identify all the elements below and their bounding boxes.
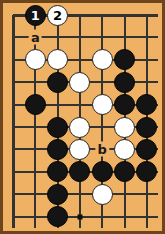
white-stone-r7c6	[114, 139, 135, 160]
black-stone-r5c2	[25, 94, 46, 115]
white-stone-r1c3-move-2: 2	[47, 5, 68, 26]
black-stone-r9c3	[47, 184, 68, 205]
black-stone-r4c6	[114, 72, 135, 93]
white-stone-r9c5	[92, 184, 113, 205]
point-label-a: a	[29, 30, 42, 45]
white-stone-r6c4	[69, 117, 90, 138]
black-stone-r5c7	[136, 94, 157, 115]
black-stone-r8c7	[136, 161, 157, 182]
star-point-mark	[77, 214, 82, 219]
black-stone-r6c7	[136, 117, 157, 138]
white-stone-r4c4	[69, 72, 90, 93]
go-board-diagram: 12 ab	[0, 0, 165, 234]
white-stone-r3c3	[47, 49, 68, 70]
grid-vline-1	[12, 15, 15, 228]
white-stone-r6c6	[114, 117, 135, 138]
black-stone-r3c6	[114, 49, 135, 70]
point-label-b: b	[96, 142, 109, 157]
black-stone-r1c2-move-1: 1	[25, 5, 46, 26]
white-stone-r3c2	[25, 49, 46, 70]
black-stone-r5c6	[114, 94, 135, 115]
grid-vline-2	[34, 15, 36, 228]
black-stone-r4c3	[47, 72, 68, 93]
white-stone-r5c5	[92, 94, 113, 115]
white-stone-r7c4	[69, 139, 90, 160]
black-stone-r8c3	[47, 161, 68, 182]
black-stone-r6c3	[47, 117, 68, 138]
black-stone-r10c3	[47, 206, 68, 227]
black-stone-r8c4	[69, 161, 90, 182]
black-stone-r7c7	[136, 139, 157, 160]
black-stone-r8c6	[114, 161, 135, 182]
white-stone-r3c5	[92, 49, 113, 70]
black-stone-r8c5	[92, 161, 113, 182]
black-stone-r7c3	[47, 139, 68, 160]
